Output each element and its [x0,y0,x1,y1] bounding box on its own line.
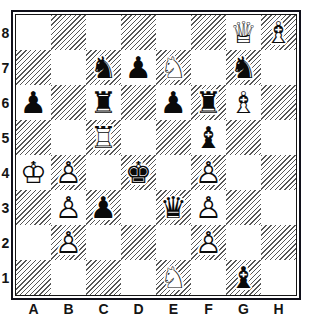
piece-white-bishop-h8: ♗ [261,15,296,50]
file-label-h: H [261,299,296,319]
piece-white-bishop-h8-fill: ♝ [261,15,296,50]
piece-white-pawn-b2-fill: ♟ [51,225,86,260]
square-b7[interactable] [51,50,86,85]
piece-white-pawn-b4-fill: ♟ [51,155,86,190]
square-g6[interactable]: ♝♗ [226,85,261,120]
piece-white-bishop-g6-fill: ♝ [226,85,261,120]
rank-label-5: 5 [0,120,11,155]
square-h5[interactable] [261,120,296,155]
square-a1[interactable] [16,260,51,295]
square-h8[interactable]: ♝♗ [261,15,296,50]
piece-white-pawn-b3-fill: ♟ [51,190,86,225]
piece-white-king-a4: ♔ [16,155,51,190]
square-a4[interactable]: ♚♔ [16,155,51,190]
square-e5[interactable] [156,120,191,155]
square-h6[interactable] [261,85,296,120]
piece-black-queen-e3: ♛ [156,190,191,225]
square-h1[interactable] [261,260,296,295]
piece-white-pawn-f2: ♙ [191,225,226,260]
square-d1[interactable] [121,260,156,295]
square-c5[interactable]: ♜♖ [86,120,121,155]
square-d5[interactable] [121,120,156,155]
piece-black-rook-c6: ♜ [86,85,121,120]
rank-label-7: 7 [0,50,11,85]
square-a3[interactable] [16,190,51,225]
piece-black-king-d4: ♚ [121,155,156,190]
board-grid: ♛♕♝♗♞♟♞♘♞♟♜♟♜♝♗♜♖♝♚♔♟♙♚♟♙♟♙♟♛♟♙♟♙♟♙♞♘♝ [16,15,296,295]
square-d8[interactable] [121,15,156,50]
square-e7[interactable]: ♞♘ [156,50,191,85]
square-d2[interactable] [121,225,156,260]
piece-black-knight-c7: ♞ [86,50,121,85]
square-b2[interactable]: ♟♙ [51,225,86,260]
square-c4[interactable] [86,155,121,190]
piece-black-bishop-f5: ♝ [191,120,226,155]
square-c6[interactable]: ♜ [86,85,121,120]
square-e8[interactable] [156,15,191,50]
piece-white-pawn-f3-fill: ♟ [191,190,226,225]
rank-label-3: 3 [0,190,11,225]
piece-white-pawn-b3: ♙ [51,190,86,225]
piece-white-knight-e1-fill: ♞ [156,260,191,295]
square-d3[interactable] [121,190,156,225]
square-f8[interactable] [191,15,226,50]
rank-label-4: 4 [0,155,11,190]
piece-white-pawn-b4: ♙ [51,155,86,190]
piece-black-knight-g7: ♞ [226,50,261,85]
square-e2[interactable] [156,225,191,260]
piece-black-pawn-e6: ♟ [156,85,191,120]
square-b8[interactable] [51,15,86,50]
piece-white-queen-g8: ♕ [226,15,261,50]
board-inner-border: ♛♕♝♗♞♟♞♘♞♟♜♟♜♝♗♜♖♝♚♔♟♙♚♟♙♟♙♟♛♟♙♟♙♟♙♞♘♝ [15,14,297,296]
square-g4[interactable] [226,155,261,190]
square-c8[interactable] [86,15,121,50]
square-h7[interactable] [261,50,296,85]
square-g2[interactable] [226,225,261,260]
square-f2[interactable]: ♟♙ [191,225,226,260]
square-c1[interactable] [86,260,121,295]
square-f3[interactable]: ♟♙ [191,190,226,225]
square-g5[interactable] [226,120,261,155]
chess-diagram: 87654321 ♛♕♝♗♞♟♞♘♞♟♜♟♜♝♗♜♖♝♚♔♟♙♚♟♙♟♙♟♛♟♙… [0,0,314,320]
square-g8[interactable]: ♛♕ [226,15,261,50]
piece-black-bishop-g1: ♝ [226,260,261,295]
piece-white-bishop-g6: ♗ [226,85,261,120]
square-f4[interactable]: ♟♙ [191,155,226,190]
square-c3[interactable]: ♟ [86,190,121,225]
rank-label-6: 6 [0,85,11,120]
square-a7[interactable] [16,50,51,85]
piece-white-pawn-f4: ♙ [191,155,226,190]
square-a6[interactable]: ♟ [16,85,51,120]
square-b4[interactable]: ♟♙ [51,155,86,190]
square-f7[interactable] [191,50,226,85]
square-b6[interactable] [51,85,86,120]
piece-white-knight-e7: ♘ [156,50,191,85]
piece-white-rook-c5-fill: ♜ [86,120,121,155]
file-labels: ABCDEFGH [16,299,296,319]
file-label-c: C [86,299,121,319]
piece-white-pawn-f2-fill: ♟ [191,225,226,260]
piece-white-knight-e1: ♘ [156,260,191,295]
square-g3[interactable] [226,190,261,225]
square-a5[interactable] [16,120,51,155]
file-label-b: B [51,299,86,319]
file-label-e: E [156,299,191,319]
square-h2[interactable] [261,225,296,260]
square-e4[interactable] [156,155,191,190]
rank-labels: 87654321 [0,15,11,295]
piece-white-pawn-b2: ♙ [51,225,86,260]
file-label-a: A [16,299,51,319]
piece-black-rook-f6: ♜ [191,85,226,120]
square-f6[interactable]: ♜ [191,85,226,120]
square-b1[interactable] [51,260,86,295]
square-h3[interactable] [261,190,296,225]
square-d4[interactable]: ♚ [121,155,156,190]
square-e1[interactable]: ♞♘ [156,260,191,295]
square-e3[interactable]: ♛ [156,190,191,225]
square-b5[interactable] [51,120,86,155]
square-g1[interactable]: ♝ [226,260,261,295]
square-c7[interactable]: ♞ [86,50,121,85]
piece-black-pawn-d7: ♟ [121,50,156,85]
square-a2[interactable] [16,225,51,260]
rank-label-2: 2 [0,225,11,260]
piece-white-rook-c5: ♖ [86,120,121,155]
piece-black-pawn-a6: ♟ [16,85,51,120]
square-d7[interactable]: ♟ [121,50,156,85]
piece-black-pawn-c3: ♟ [86,190,121,225]
piece-white-pawn-f3: ♙ [191,190,226,225]
file-label-g: G [226,299,261,319]
piece-white-knight-e7-fill: ♞ [156,50,191,85]
piece-white-king-a4-fill: ♚ [16,155,51,190]
square-h4[interactable] [261,155,296,190]
piece-white-pawn-f4-fill: ♟ [191,155,226,190]
square-b3[interactable]: ♟♙ [51,190,86,225]
file-label-d: D [121,299,156,319]
square-f1[interactable] [191,260,226,295]
piece-white-queen-g8-fill: ♛ [226,15,261,50]
square-a8[interactable] [16,15,51,50]
square-e6[interactable]: ♟ [156,85,191,120]
file-label-f: F [191,299,226,319]
square-d6[interactable] [121,85,156,120]
square-f5[interactable]: ♝ [191,120,226,155]
rank-label-1: 1 [0,260,11,295]
square-c2[interactable] [86,225,121,260]
rank-label-8: 8 [0,15,11,50]
square-g7[interactable]: ♞ [226,50,261,85]
board-frame: ♛♕♝♗♞♟♞♘♞♟♜♟♜♝♗♜♖♝♚♔♟♙♚♟♙♟♙♟♛♟♙♟♙♟♙♞♘♝ [11,10,301,300]
